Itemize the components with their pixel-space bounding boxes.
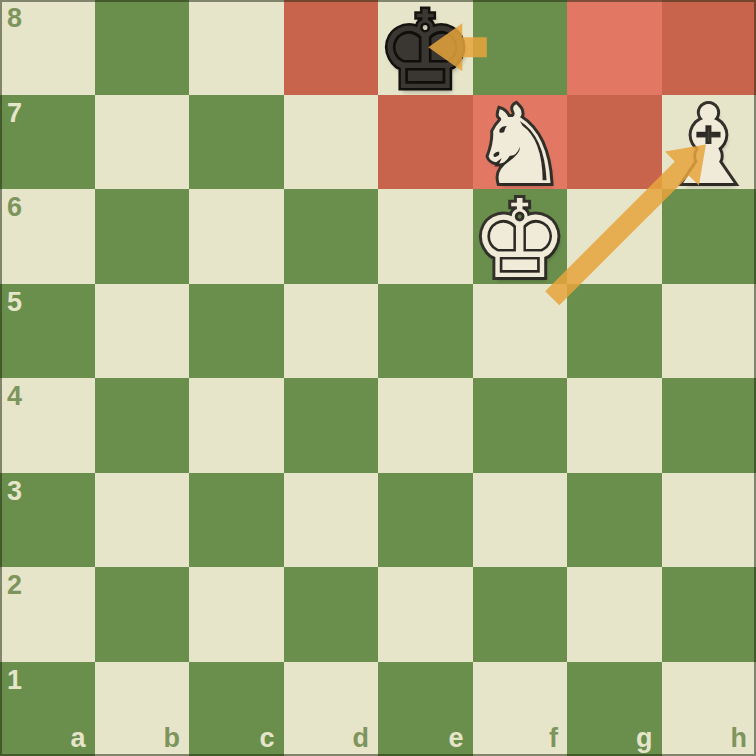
square-d1[interactable]: d (284, 662, 379, 756)
square-h1[interactable]: h (662, 662, 756, 756)
square-a2[interactable]: 2 (0, 567, 95, 662)
square-g8[interactable] (567, 0, 662, 95)
square-f6[interactable]: ♚ (473, 189, 568, 284)
square-e1[interactable]: e (378, 662, 473, 756)
square-b8[interactable] (95, 0, 190, 95)
rank-label-1: 1 (7, 665, 22, 696)
square-h2[interactable] (662, 567, 756, 662)
piece-white-king-f6[interactable]: ♚ (473, 193, 568, 288)
square-b2[interactable] (95, 567, 190, 662)
square-a6[interactable]: 6 (0, 189, 95, 284)
square-a4[interactable]: 4 (0, 378, 95, 473)
square-b3[interactable] (95, 473, 190, 568)
piece-black-king-e8[interactable]: ♚ (378, 4, 473, 99)
square-a5[interactable]: 5 (0, 284, 95, 379)
square-c6[interactable] (189, 189, 284, 284)
square-d4[interactable] (284, 378, 379, 473)
square-g5[interactable] (567, 284, 662, 379)
square-b6[interactable] (95, 189, 190, 284)
square-f2[interactable] (473, 567, 568, 662)
square-c3[interactable] (189, 473, 284, 568)
square-c1[interactable]: c (189, 662, 284, 756)
square-a8[interactable]: 8 (0, 0, 95, 95)
square-c2[interactable] (189, 567, 284, 662)
rank-label-7: 7 (7, 98, 22, 129)
square-h5[interactable] (662, 284, 756, 379)
chess-board: 8♚7♞♝6♚54321abcdefgh (0, 0, 756, 756)
square-b1[interactable]: b (95, 662, 190, 756)
file-label-b: b (164, 723, 181, 754)
square-b5[interactable] (95, 284, 190, 379)
square-h4[interactable] (662, 378, 756, 473)
square-h7[interactable]: ♝ (662, 95, 756, 190)
square-h3[interactable] (662, 473, 756, 568)
square-d6[interactable] (284, 189, 379, 284)
square-a3[interactable]: 3 (0, 473, 95, 568)
piece-white-bishop-h7[interactable]: ♝ (662, 99, 756, 194)
square-c7[interactable] (189, 95, 284, 190)
square-g3[interactable] (567, 473, 662, 568)
square-d3[interactable] (284, 473, 379, 568)
square-e5[interactable] (378, 284, 473, 379)
rank-label-8: 8 (7, 3, 22, 34)
rank-label-4: 4 (7, 381, 22, 412)
square-e6[interactable] (378, 189, 473, 284)
square-c8[interactable] (189, 0, 284, 95)
square-e4[interactable] (378, 378, 473, 473)
file-label-a: a (70, 723, 85, 754)
board-container: 8♚7♞♝6♚54321abcdefgh (0, 0, 756, 756)
square-a1[interactable]: 1a (0, 662, 95, 756)
square-h8[interactable] (662, 0, 756, 95)
rank-label-3: 3 (7, 476, 22, 507)
square-a7[interactable]: 7 (0, 95, 95, 190)
square-e8[interactable]: ♚ (378, 0, 473, 95)
square-d7[interactable] (284, 95, 379, 190)
square-d5[interactable] (284, 284, 379, 379)
file-label-c: c (259, 723, 274, 754)
rank-label-2: 2 (7, 570, 22, 601)
square-f8[interactable] (473, 0, 568, 95)
square-e3[interactable] (378, 473, 473, 568)
square-c4[interactable] (189, 378, 284, 473)
square-f7[interactable]: ♞ (473, 95, 568, 190)
square-e2[interactable] (378, 567, 473, 662)
square-f1[interactable]: f (473, 662, 568, 756)
square-d2[interactable] (284, 567, 379, 662)
file-label-h: h (731, 723, 748, 754)
square-g1[interactable]: g (567, 662, 662, 756)
file-label-f: f (549, 723, 558, 754)
square-b4[interactable] (95, 378, 190, 473)
file-label-e: e (448, 723, 463, 754)
rank-label-6: 6 (7, 192, 22, 223)
square-g4[interactable] (567, 378, 662, 473)
file-label-d: d (353, 723, 370, 754)
square-g6[interactable] (567, 189, 662, 284)
square-g7[interactable] (567, 95, 662, 190)
square-f4[interactable] (473, 378, 568, 473)
square-c5[interactable] (189, 284, 284, 379)
square-d8[interactable] (284, 0, 379, 95)
square-g2[interactable] (567, 567, 662, 662)
square-b7[interactable] (95, 95, 190, 190)
rank-label-5: 5 (7, 287, 22, 318)
file-label-g: g (636, 723, 653, 754)
square-f3[interactable] (473, 473, 568, 568)
